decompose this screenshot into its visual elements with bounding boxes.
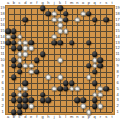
coordinate-label: 14: [0, 35, 4, 39]
black-stone: [92, 98, 98, 104]
coordinate-label: 5: [1, 87, 3, 91]
white-stone: [46, 75, 52, 81]
black-stone: [11, 46, 17, 52]
black-stone: [103, 86, 109, 92]
coordinate-label: 6: [1, 81, 3, 85]
black-stone: [11, 57, 17, 63]
black-stone: [11, 63, 17, 69]
star-point: [59, 94, 61, 96]
black-stone: [63, 80, 69, 86]
black-stone: [57, 40, 63, 46]
black-stone: [51, 40, 57, 46]
white-stone: [92, 92, 98, 98]
white-stone: [57, 23, 63, 29]
black-stone: [63, 86, 69, 92]
black-stone: [92, 17, 98, 23]
black-stone: [11, 75, 17, 81]
coordinate-label: 13: [115, 41, 119, 45]
coordinate-label: q: [94, 115, 96, 119]
black-stone: [5, 40, 11, 46]
coordinate-label: e: [30, 115, 32, 119]
coordinate-label: 11: [0, 52, 4, 56]
white-stone: [17, 51, 23, 57]
board-grid[interactable]: [8, 8, 112, 112]
coordinate-label: 10: [115, 58, 119, 62]
black-stone: [80, 98, 86, 104]
coordinate-label: 13: [0, 41, 4, 45]
black-stone: [11, 92, 17, 98]
black-stone: [34, 69, 40, 75]
coordinate-label: l: [65, 1, 66, 5]
white-stone: [17, 40, 23, 46]
coordinate-label: 12: [0, 46, 4, 50]
black-stone: [23, 92, 29, 98]
black-stone: [69, 80, 75, 86]
black-stone: [17, 98, 23, 104]
coordinate-label: a: [7, 1, 9, 5]
white-stone: [92, 63, 98, 69]
black-stone: [98, 57, 104, 63]
coordinate-label: m: [70, 115, 73, 119]
go-board[interactable]: [5, 5, 115, 115]
coordinate-label: a: [7, 115, 9, 119]
black-stone: [92, 69, 98, 75]
coordinate-label: 16: [0, 23, 4, 27]
white-stone: [23, 86, 29, 92]
coordinate-label: d: [24, 1, 26, 5]
black-stone: [92, 103, 98, 109]
coordinate-label: 5: [116, 87, 118, 91]
grid-line-vertical: [112, 8, 113, 112]
coordinate-label: 1: [116, 110, 118, 114]
coordinate-label: n: [76, 1, 78, 5]
black-stone: [17, 69, 23, 75]
coordinate-label: r: [100, 115, 101, 119]
black-stone: [17, 46, 23, 52]
white-stone: [92, 57, 98, 63]
black-stone: [46, 11, 52, 17]
white-stone: [28, 103, 34, 109]
black-stone: [92, 51, 98, 57]
white-stone: [75, 17, 81, 23]
coordinate-label: 18: [0, 12, 4, 16]
black-stone: [103, 17, 109, 23]
white-stone: [28, 46, 34, 52]
coordinate-label: 18: [115, 12, 119, 16]
black-stone: [5, 28, 11, 34]
black-stone: [17, 103, 23, 109]
coordinate-label: s: [105, 1, 107, 5]
white-stone: [23, 46, 29, 52]
black-stone: [86, 11, 92, 17]
star-point: [24, 24, 26, 26]
coordinate-label: n: [76, 115, 78, 119]
black-stone: [57, 86, 63, 92]
coordinate-label: j: [54, 115, 55, 119]
go-app: { "game": "go", "board": { "size": 19, "…: [0, 0, 120, 120]
grid-line-vertical: [77, 8, 78, 112]
white-stone: [51, 17, 57, 23]
white-stone: [98, 103, 104, 109]
coordinate-label: b: [13, 115, 15, 119]
coordinate-label: 3: [1, 98, 3, 102]
white-stone: [51, 11, 57, 17]
black-stone: [34, 57, 40, 63]
white-stone: [23, 40, 29, 46]
grid-line-vertical: [89, 8, 90, 112]
coordinate-label: 3: [116, 98, 118, 102]
coordinate-label: q: [94, 1, 96, 5]
black-stone: [23, 98, 29, 104]
coordinate-label: 9: [1, 64, 3, 68]
white-stone: [57, 17, 63, 23]
coordinate-label: 14: [115, 35, 119, 39]
black-stone: [23, 80, 29, 86]
coordinate-label: 1: [1, 110, 3, 114]
white-stone: [28, 69, 34, 75]
coordinate-label: o: [82, 1, 84, 5]
coordinate-label: 4: [1, 93, 3, 97]
white-stone: [98, 86, 104, 92]
black-stone: [11, 34, 17, 40]
coordinate-label: c: [19, 1, 21, 5]
coordinate-label: 2: [1, 104, 3, 108]
white-stone: [80, 11, 86, 17]
coordinate-label: r: [100, 1, 101, 5]
white-stone: [17, 92, 23, 98]
black-stone: [40, 5, 46, 11]
black-stone: [98, 63, 104, 69]
coordinate-label: f: [36, 1, 37, 5]
coordinate-label: 6: [116, 81, 118, 85]
coordinate-label: l: [65, 115, 66, 119]
coordinate-label: g: [42, 115, 44, 119]
coordinate-label: h: [47, 1, 49, 5]
grid-line-vertical: [66, 8, 67, 112]
coordinate-label: 9: [116, 64, 118, 68]
coordinate-label: 8: [1, 70, 3, 74]
white-stone: [51, 86, 57, 92]
white-stone: [51, 34, 57, 40]
black-stone: [23, 17, 29, 23]
coordinate-label: p: [88, 1, 90, 5]
coordinate-label: 17: [115, 18, 119, 22]
white-stone: [75, 86, 81, 92]
white-stone: [17, 34, 23, 40]
white-stone: [98, 92, 104, 98]
coordinate-label: e: [30, 1, 32, 5]
star-point: [24, 59, 26, 61]
black-stone: [28, 98, 34, 104]
black-stone: [40, 51, 46, 57]
black-stone: [40, 92, 46, 98]
white-stone: [63, 28, 69, 34]
coordinate-label: h: [47, 115, 49, 119]
coordinate-label: 2: [116, 104, 118, 108]
white-stone: [17, 57, 23, 63]
coordinate-label: 10: [0, 58, 4, 62]
coordinate-label: 15: [115, 29, 119, 33]
grid-line-horizontal: [8, 112, 112, 113]
black-stone: [23, 103, 29, 109]
white-stone: [57, 75, 63, 81]
white-stone: [57, 57, 63, 63]
coordinate-label: t: [111, 1, 112, 5]
coordinate-label: 17: [0, 18, 4, 22]
coordinate-label: d: [24, 115, 26, 119]
white-stone: [28, 63, 34, 69]
black-stone: [86, 40, 92, 46]
grid-line-vertical: [72, 8, 73, 112]
white-stone: [86, 75, 92, 81]
coordinate-label: c: [19, 115, 21, 119]
white-stone: [5, 34, 11, 40]
black-stone: [11, 98, 17, 104]
black-stone: [40, 98, 46, 104]
coordinate-label: 19: [0, 6, 4, 10]
coordinate-label: 4: [116, 93, 118, 97]
black-stone: [28, 40, 34, 46]
black-stone: [46, 98, 52, 104]
black-stone: [11, 40, 17, 46]
coordinate-label: 11: [115, 52, 119, 56]
coordinate-label: j: [54, 1, 55, 5]
white-stone: [17, 86, 23, 92]
coordinate-label: 16: [115, 23, 119, 27]
black-stone: [17, 63, 23, 69]
black-stone: [69, 40, 75, 46]
coordinate-label: k: [59, 1, 61, 5]
coordinate-label: 8: [116, 70, 118, 74]
coordinate-label: s: [105, 115, 107, 119]
white-stone: [69, 86, 75, 92]
coordinate-label: b: [13, 1, 15, 5]
coordinate-label: o: [82, 115, 84, 119]
coordinate-label: 12: [115, 46, 119, 50]
coordinate-label: m: [70, 1, 73, 5]
white-stone: [23, 63, 29, 69]
grid-line-vertical: [106, 8, 107, 112]
grid-line-vertical: [83, 8, 84, 112]
black-stone: [57, 5, 63, 11]
coordinate-label: 19: [115, 6, 119, 10]
black-stone: [92, 80, 98, 86]
white-stone: [80, 103, 86, 109]
black-stone: [63, 17, 69, 23]
coordinate-label: p: [88, 115, 90, 119]
coordinate-label: 7: [1, 75, 3, 79]
black-stone: [11, 28, 17, 34]
white-stone: [23, 51, 29, 57]
coordinate-label: 15: [0, 29, 4, 33]
coordinate-label: g: [42, 1, 44, 5]
black-stone: [86, 63, 92, 69]
black-stone: [75, 98, 81, 104]
coordinate-label: f: [36, 115, 37, 119]
black-stone: [63, 11, 69, 17]
white-stone: [57, 28, 63, 34]
coordinate-label: k: [59, 115, 61, 119]
coordinate-label: 7: [116, 75, 118, 79]
star-point: [94, 24, 96, 26]
coordinate-label: t: [111, 115, 112, 119]
